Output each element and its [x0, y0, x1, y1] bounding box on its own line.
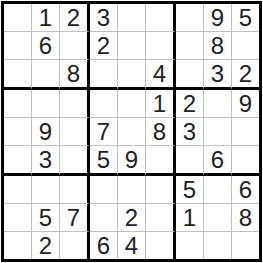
- cell-r8c1[interactable]: [4, 204, 32, 232]
- cell-r8c2[interactable]: 5: [32, 204, 60, 232]
- cell-r2c6[interactable]: [146, 32, 176, 60]
- cell-r7c5[interactable]: [118, 176, 146, 204]
- sudoku-puzzle: 123956288432129978335965657218264: [0, 0, 263, 263]
- cell-r7c2[interactable]: [32, 176, 60, 204]
- cell-r3c8[interactable]: 3: [204, 60, 232, 90]
- cell-r5c8[interactable]: [204, 118, 232, 146]
- cell-r7c9[interactable]: 6: [232, 176, 259, 204]
- cell-r3c5[interactable]: [118, 60, 146, 90]
- cell-r7c8[interactable]: [204, 176, 232, 204]
- cell-r8c6[interactable]: [146, 204, 176, 232]
- cell-r6c1[interactable]: [4, 146, 32, 176]
- cell-r8c8[interactable]: [204, 204, 232, 232]
- cell-r5c3[interactable]: [60, 118, 90, 146]
- cell-r6c7[interactable]: [176, 146, 204, 176]
- cell-r4c5[interactable]: [118, 90, 146, 118]
- cell-r7c1[interactable]: [4, 176, 32, 204]
- cell-r5c1[interactable]: [4, 118, 32, 146]
- cell-r1c1[interactable]: [4, 4, 32, 32]
- cell-r9c2[interactable]: 2: [32, 232, 60, 259]
- cell-r9c6[interactable]: [146, 232, 176, 259]
- cell-r2c3[interactable]: [60, 32, 90, 60]
- cell-r5c7[interactable]: 3: [176, 118, 204, 146]
- cell-r1c3[interactable]: 2: [60, 4, 90, 32]
- cell-r8c5[interactable]: 2: [118, 204, 146, 232]
- cell-r6c6[interactable]: [146, 146, 176, 176]
- cell-r1c6[interactable]: [146, 4, 176, 32]
- cell-r5c4[interactable]: 7: [90, 118, 118, 146]
- cell-r3c9[interactable]: 2: [232, 60, 259, 90]
- cell-r4c1[interactable]: [4, 90, 32, 118]
- cell-r3c7[interactable]: [176, 60, 204, 90]
- cell-r9c8[interactable]: [204, 232, 232, 259]
- cell-r9c9[interactable]: [232, 232, 259, 259]
- cell-r8c9[interactable]: 8: [232, 204, 259, 232]
- cell-r7c7[interactable]: 5: [176, 176, 204, 204]
- cell-r7c6[interactable]: [146, 176, 176, 204]
- cell-r4c8[interactable]: [204, 90, 232, 118]
- cell-r4c3[interactable]: [60, 90, 90, 118]
- cell-r6c4[interactable]: 5: [90, 146, 118, 176]
- sudoku-board: 123956288432129978335965657218264: [1, 1, 262, 262]
- cell-r2c1[interactable]: [4, 32, 32, 60]
- cell-r7c4[interactable]: [90, 176, 118, 204]
- cell-r5c6[interactable]: 8: [146, 118, 176, 146]
- cell-r9c7[interactable]: [176, 232, 204, 259]
- cell-r1c7[interactable]: [176, 4, 204, 32]
- cell-r9c4[interactable]: 6: [90, 232, 118, 259]
- cell-r3c1[interactable]: [4, 60, 32, 90]
- cell-r6c3[interactable]: [60, 146, 90, 176]
- cell-r5c5[interactable]: [118, 118, 146, 146]
- cell-r6c5[interactable]: 9: [118, 146, 146, 176]
- cell-r1c8[interactable]: 9: [204, 4, 232, 32]
- cell-r2c4[interactable]: 2: [90, 32, 118, 60]
- cell-r2c7[interactable]: [176, 32, 204, 60]
- cell-r8c7[interactable]: 1: [176, 204, 204, 232]
- cell-r2c9[interactable]: [232, 32, 259, 60]
- cell-r4c9[interactable]: 9: [232, 90, 259, 118]
- cell-r6c8[interactable]: 6: [204, 146, 232, 176]
- cell-r9c5[interactable]: 4: [118, 232, 146, 259]
- cell-r3c6[interactable]: 4: [146, 60, 176, 90]
- cell-r2c2[interactable]: 6: [32, 32, 60, 60]
- cell-r5c9[interactable]: [232, 118, 259, 146]
- cell-r3c4[interactable]: [90, 60, 118, 90]
- cell-r7c3[interactable]: [60, 176, 90, 204]
- cell-r1c2[interactable]: 1: [32, 4, 60, 32]
- cell-r2c8[interactable]: 8: [204, 32, 232, 60]
- cell-r4c6[interactable]: 1: [146, 90, 176, 118]
- cell-r2c5[interactable]: [118, 32, 146, 60]
- cell-r4c4[interactable]: [90, 90, 118, 118]
- cell-r9c3[interactable]: [60, 232, 90, 259]
- cell-r6c9[interactable]: [232, 146, 259, 176]
- cell-r9c1[interactable]: [4, 232, 32, 259]
- cell-r1c4[interactable]: 3: [90, 4, 118, 32]
- cell-r1c9[interactable]: 5: [232, 4, 259, 32]
- cell-r4c7[interactable]: 2: [176, 90, 204, 118]
- cell-r1c5[interactable]: [118, 4, 146, 32]
- cell-r6c2[interactable]: 3: [32, 146, 60, 176]
- cell-r5c2[interactable]: 9: [32, 118, 60, 146]
- cell-r3c3[interactable]: 8: [60, 60, 90, 90]
- cell-r3c2[interactable]: [32, 60, 60, 90]
- cell-r8c4[interactable]: [90, 204, 118, 232]
- cell-r8c3[interactable]: 7: [60, 204, 90, 232]
- cell-r4c2[interactable]: [32, 90, 60, 118]
